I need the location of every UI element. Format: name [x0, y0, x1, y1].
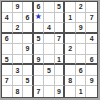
sudoku-frame: 965246★17249657492591635675898791 [0, 0, 100, 100]
given-digit: 5 [25, 77, 29, 84]
sudoku-cell-r3c5[interactable]: 4 [44, 23, 55, 34]
sudoku-cell-r9c8[interactable]: 1 [76, 86, 87, 97]
given-digit: 9 [90, 77, 94, 84]
given-digit: 5 [47, 67, 51, 74]
given-digit: 4 [90, 35, 94, 42]
sudoku-cell-r2c6[interactable] [55, 13, 66, 24]
sudoku-cell-r3c9[interactable] [86, 23, 97, 34]
given-digit: 1 [57, 56, 61, 63]
sudoku-cell-r7c1[interactable] [2, 65, 13, 76]
sudoku-board: 965246★17249657492591635675898791 [1, 1, 98, 98]
given-digit: 6 [90, 56, 94, 63]
sudoku-cell-r4c2[interactable] [13, 34, 24, 45]
given-digit: 8 [68, 77, 72, 84]
sudoku-cell-r1c7[interactable] [65, 2, 76, 13]
sudoku-cell-r5c9[interactable] [86, 44, 97, 55]
sudoku-cell-r4c8[interactable] [76, 34, 87, 45]
given-digit: 1 [68, 14, 72, 21]
sudoku-cell-r9c2[interactable]: 8 [13, 86, 24, 97]
sudoku-cell-r8c3[interactable]: 5 [23, 76, 34, 87]
sudoku-cell-r3c1[interactable] [2, 23, 13, 34]
sudoku-cell-r3c6[interactable] [55, 23, 66, 34]
given-digit: 7 [57, 35, 61, 42]
sudoku-cell-r9c7[interactable] [65, 86, 76, 97]
sudoku-cell-r4c7[interactable] [65, 34, 76, 45]
sudoku-cell-r9c4[interactable]: 7 [34, 86, 45, 97]
sudoku-cell-r2c1[interactable]: 4 [2, 13, 13, 24]
sudoku-cell-r6c8[interactable] [76, 55, 87, 66]
sudoku-cell-r9c9[interactable] [86, 86, 97, 97]
sudoku-cell-r8c5[interactable] [44, 76, 55, 87]
given-digit: 9 [57, 88, 61, 95]
sudoku-cell-r4c4[interactable]: 5 [34, 34, 45, 45]
given-digit: 5 [36, 35, 40, 42]
sudoku-cell-r3c2[interactable]: 2 [13, 23, 24, 34]
given-digit: 9 [15, 3, 19, 10]
sudoku-cell-r6c5[interactable] [44, 55, 55, 66]
sudoku-cell-r8c1[interactable]: 7 [2, 76, 13, 87]
given-digit: 2 [15, 24, 19, 31]
sudoku-cell-r4c5[interactable] [44, 34, 55, 45]
given-digit: 7 [90, 14, 94, 21]
given-digit: 9 [36, 56, 40, 63]
sudoku-cell-r5c2[interactable] [13, 44, 24, 55]
sudoku-cell-r3c7[interactable] [65, 23, 76, 34]
sudoku-cell-r1c5[interactable] [44, 2, 55, 13]
sudoku-cell-r9c1[interactable] [2, 86, 13, 97]
sudoku-cell-r2c4[interactable]: ★ [34, 13, 45, 24]
sudoku-cell-r8c9[interactable]: 9 [86, 76, 97, 87]
given-digit: 7 [36, 88, 40, 95]
sudoku-cell-r5c7[interactable]: 2 [65, 44, 76, 55]
given-digit: 4 [5, 14, 9, 21]
star-icon: ★ [35, 13, 42, 21]
sudoku-cell-r8c8[interactable] [76, 76, 87, 87]
sudoku-cell-r7c9[interactable] [86, 65, 97, 76]
sudoku-cell-r2c5[interactable] [44, 13, 55, 24]
sudoku-cell-r4c6[interactable]: 7 [55, 34, 66, 45]
sudoku-cell-r8c2[interactable] [13, 76, 24, 87]
sudoku-cell-r7c2[interactable]: 3 [13, 65, 24, 76]
sudoku-cell-r6c4[interactable]: 9 [34, 55, 45, 66]
sudoku-cell-r5c6[interactable] [55, 44, 66, 55]
sudoku-cell-r4c9[interactable]: 4 [86, 34, 97, 45]
given-digit: 2 [68, 45, 72, 52]
sudoku-cell-r1c2[interactable]: 9 [13, 2, 24, 13]
given-digit: 8 [15, 88, 19, 95]
sudoku-cell-r7c7[interactable] [65, 65, 76, 76]
sudoku-cell-r3c4[interactable] [34, 23, 45, 34]
sudoku-cell-r8c7[interactable]: 8 [65, 76, 76, 87]
sudoku-cell-r9c3[interactable] [23, 86, 34, 97]
sudoku-cell-r6c9[interactable]: 6 [86, 55, 97, 66]
sudoku-cell-r6c6[interactable]: 1 [55, 55, 66, 66]
sudoku-cell-r6c2[interactable] [13, 55, 24, 66]
sudoku-cell-r2c3[interactable]: 6 [23, 13, 34, 24]
sudoku-cell-r2c7[interactable]: 1 [65, 13, 76, 24]
sudoku-cell-r5c3[interactable]: 9 [23, 44, 34, 55]
given-digit: 6 [79, 67, 83, 74]
given-digit: 5 [57, 3, 61, 10]
sudoku-cell-r1c8[interactable]: 2 [76, 2, 87, 13]
given-digit: 9 [79, 24, 83, 31]
sudoku-cell-r1c9[interactable] [86, 2, 97, 13]
sudoku-cell-r5c8[interactable] [76, 44, 87, 55]
sudoku-cell-r1c3[interactable] [23, 2, 34, 13]
given-digit: 3 [15, 67, 19, 74]
sudoku-cell-r6c7[interactable] [65, 55, 76, 66]
sudoku-cell-r9c6[interactable]: 9 [55, 86, 66, 97]
sudoku-cell-r7c6[interactable] [55, 65, 66, 76]
sudoku-cell-r7c5[interactable]: 5 [44, 65, 55, 76]
sudoku-cell-r5c1[interactable] [2, 44, 13, 55]
given-digit: 4 [47, 24, 51, 31]
given-digit: 6 [36, 3, 40, 10]
given-digit: 6 [5, 35, 9, 42]
sudoku-cell-r5c5[interactable] [44, 44, 55, 55]
given-digit: 9 [25, 45, 29, 52]
sudoku-cell-r6c3[interactable] [23, 55, 34, 66]
sudoku-cell-r1c4[interactable]: 6 [34, 2, 45, 13]
sudoku-cell-r2c8[interactable] [76, 13, 87, 24]
given-digit: 6 [25, 14, 29, 21]
sudoku-cell-r4c3[interactable] [23, 34, 34, 45]
sudoku-cell-r2c2[interactable] [13, 13, 24, 24]
sudoku-cell-r9c5[interactable] [44, 86, 55, 97]
sudoku-cell-r5c4[interactable] [34, 44, 45, 55]
sudoku-cell-r1c1[interactable] [2, 2, 13, 13]
sudoku-cell-r3c8[interactable]: 9 [76, 23, 87, 34]
sudoku-cell-r8c6[interactable] [55, 76, 66, 87]
sudoku-cell-r3c3[interactable] [23, 23, 34, 34]
sudoku-cell-r7c3[interactable] [23, 65, 34, 76]
sudoku-cell-r7c4[interactable] [34, 65, 45, 76]
sudoku-cell-r7c8[interactable]: 6 [76, 65, 87, 76]
sudoku-cell-r6c1[interactable]: 5 [2, 55, 13, 66]
given-digit: 1 [79, 88, 83, 95]
given-digit: 5 [5, 56, 9, 63]
sudoku-cell-r2c9[interactable]: 7 [86, 13, 97, 24]
given-digit: 7 [5, 77, 9, 84]
sudoku-cell-r4c1[interactable]: 6 [2, 34, 13, 45]
sudoku-cell-r8c4[interactable] [34, 76, 45, 87]
given-digit: 2 [79, 3, 83, 10]
sudoku-cell-r1c6[interactable]: 5 [55, 2, 66, 13]
